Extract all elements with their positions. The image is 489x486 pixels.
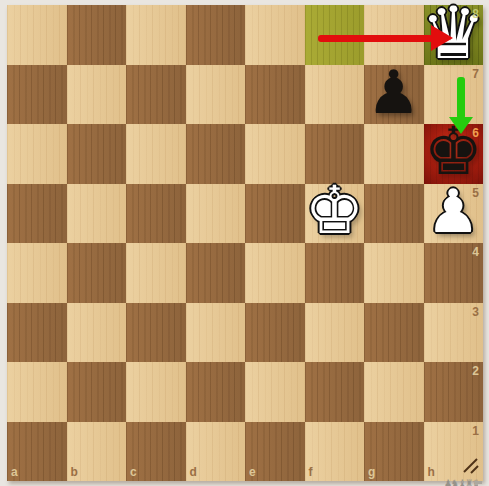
square-g5[interactable] [364,184,424,244]
square-e6[interactable] [245,124,305,184]
black-pawn[interactable]: ♟ [364,63,424,123]
square-g7[interactable]: ♟ [364,65,424,125]
white-king[interactable]: ♚ [305,182,365,242]
square-g1[interactable]: g [364,422,424,482]
square-d2[interactable] [186,362,246,422]
page-background: { "game": "chess", "position": { "fen": … [0,0,489,486]
file-label-b: b [71,465,78,479]
square-g8[interactable] [364,5,424,65]
rank-label-2: 2 [472,364,479,378]
square-b5[interactable] [67,184,127,244]
square-c2[interactable] [126,362,186,422]
square-a5[interactable] [7,184,67,244]
square-h4[interactable]: 4 [424,243,484,303]
square-f1[interactable]: f [305,422,365,482]
square-c1[interactable]: c [126,422,186,482]
square-c5[interactable] [126,184,186,244]
chess-board: 8♛♟76♚♚5♟432abcdefgh1 [7,5,483,481]
rank-label-6: 6 [472,126,479,140]
square-b7[interactable] [67,65,127,125]
square-b1[interactable]: b [67,422,127,482]
square-c3[interactable] [126,303,186,363]
rank-label-1: 1 [472,424,479,438]
square-d1[interactable]: d [186,422,246,482]
square-a4[interactable] [7,243,67,303]
square-e1[interactable]: e [245,422,305,482]
file-label-a: a [11,465,18,479]
rank-label-8: 8 [472,7,479,21]
square-h3[interactable]: 3 [424,303,484,363]
square-f8[interactable] [305,5,365,65]
square-d6[interactable] [186,124,246,184]
square-d4[interactable] [186,243,246,303]
square-e2[interactable] [245,362,305,422]
rank-label-5: 5 [472,186,479,200]
file-label-f: f [309,465,313,479]
square-a1[interactable]: a [7,422,67,482]
square-b6[interactable] [67,124,127,184]
square-f2[interactable] [305,362,365,422]
square-g2[interactable] [364,362,424,422]
square-b2[interactable] [67,362,127,422]
square-b3[interactable] [67,303,127,363]
square-f3[interactable] [305,303,365,363]
square-d8[interactable] [186,5,246,65]
square-h5[interactable]: 5♟ [424,184,484,244]
square-h1[interactable]: h1 [424,422,484,482]
rank-label-3: 3 [472,305,479,319]
square-c8[interactable] [126,5,186,65]
file-label-c: c [130,465,137,479]
mini-piece-icons: ♟♞♝♜♛ [444,478,478,486]
file-label-g: g [368,465,375,479]
square-e4[interactable] [245,243,305,303]
footer-dash [475,481,482,484]
square-f5[interactable]: ♚ [305,184,365,244]
square-a8[interactable] [7,5,67,65]
square-a7[interactable] [7,65,67,125]
square-e3[interactable] [245,303,305,363]
square-b4[interactable] [67,243,127,303]
square-h2[interactable]: 2 [424,362,484,422]
square-g6[interactable] [364,124,424,184]
square-e7[interactable] [245,65,305,125]
square-b8[interactable] [67,5,127,65]
square-e8[interactable] [245,5,305,65]
square-g3[interactable] [364,303,424,363]
square-f7[interactable] [305,65,365,125]
file-label-d: d [190,465,197,479]
square-h6[interactable]: 6♚ [424,124,484,184]
square-h8[interactable]: 8♛ [424,5,484,65]
square-a6[interactable] [7,124,67,184]
square-e5[interactable] [245,184,305,244]
rank-label-7: 7 [472,67,479,81]
square-d7[interactable] [186,65,246,125]
square-c6[interactable] [126,124,186,184]
square-f4[interactable] [305,243,365,303]
rank-label-4: 4 [472,245,479,259]
square-c7[interactable] [126,65,186,125]
square-a3[interactable] [7,303,67,363]
file-label-h: h [428,465,435,479]
square-a2[interactable] [7,362,67,422]
square-d5[interactable] [186,184,246,244]
square-c4[interactable] [126,243,186,303]
square-d3[interactable] [186,303,246,363]
square-g4[interactable] [364,243,424,303]
file-label-e: e [249,465,256,479]
